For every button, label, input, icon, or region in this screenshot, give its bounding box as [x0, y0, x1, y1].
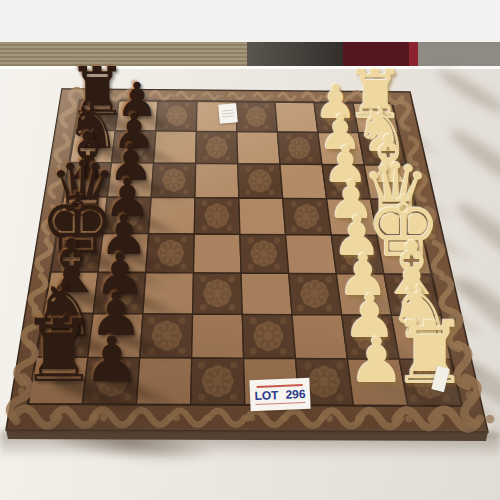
pieces-layer: ♜♟♟♜♞♟♟♞♝♟♟♝♛♟♟♛♚♟♟♚♝♟♟♝♞♟♟♞♜♟♟♜ — [0, 0, 500, 500]
auction-photo: ♜♟♟♜♞♟♟♞♝♟♟♝♛♟♟♛♚♟♟♚♝♟♟♝♞♟♟♞♜♟♟♜ LOT296 — [0, 0, 500, 500]
piece-dark-pawn: ♟ — [84, 329, 140, 392]
small-white-sticker — [218, 103, 238, 123]
lot-number-text: LOT296 — [254, 388, 306, 402]
piece-cream-rook: ♜ — [391, 310, 468, 396]
lot-label: LOT296 — [249, 378, 310, 412]
